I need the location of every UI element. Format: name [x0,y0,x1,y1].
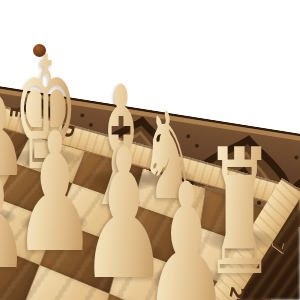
chess-set-photo: E D 7 2 ♟ ♚ ♝ ♞ ♟ ♟ ♜ ♟ ♟ [0,0,300,300]
king-finial-ball [33,44,46,57]
white-pawn-e5[interactable]: ♟ [137,160,236,300]
